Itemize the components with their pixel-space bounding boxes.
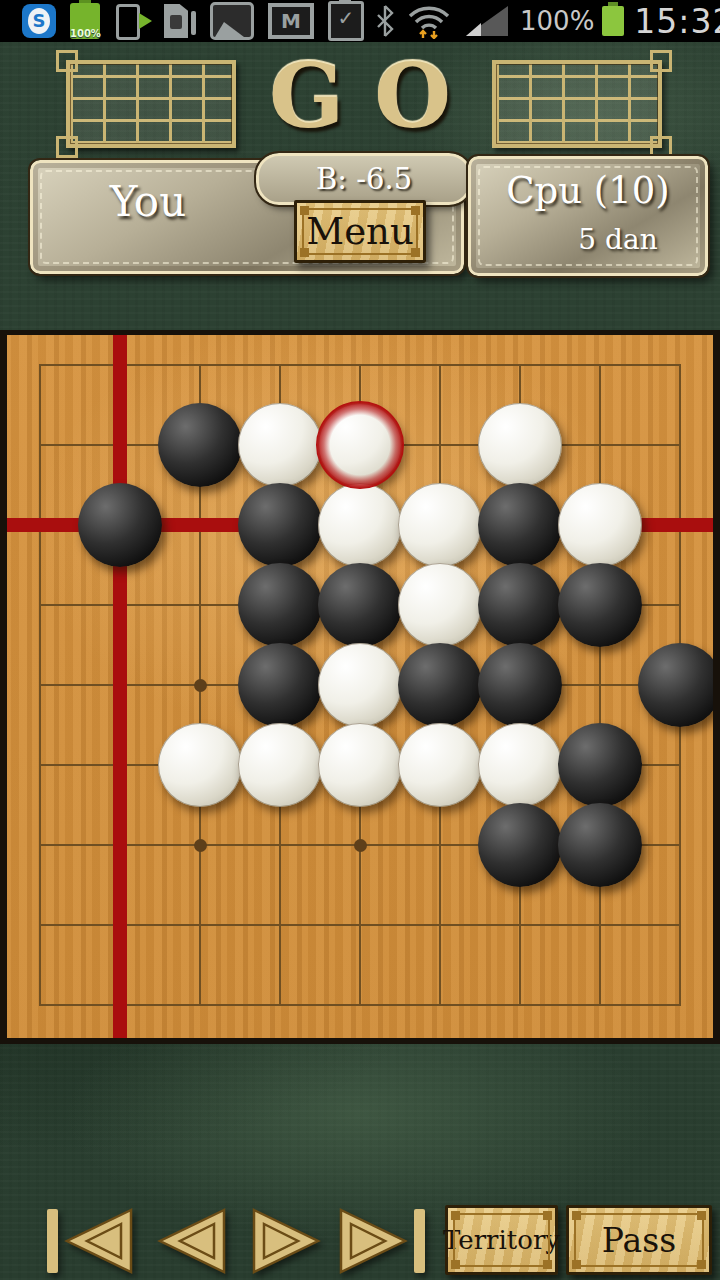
white-stone (318, 483, 402, 567)
star-point (354, 839, 367, 852)
battery-icon (602, 6, 624, 36)
battery-widget-label: 100% (70, 28, 100, 39)
skype-glyph: S (33, 12, 46, 30)
bluetooth-icon (376, 5, 394, 37)
black-stone (558, 723, 642, 807)
black-stone (78, 483, 162, 567)
black-stone (398, 643, 482, 727)
black-stone (478, 563, 562, 647)
white-stone (558, 483, 642, 567)
check-glyph: ✓ (331, 6, 361, 30)
black-stone (158, 403, 242, 487)
step-back-button[interactable] (143, 1207, 235, 1275)
black-stone (478, 803, 562, 887)
white-stone (238, 723, 322, 807)
grid-line-vertical (599, 364, 601, 1006)
grid-line-horizontal (39, 1004, 681, 1006)
go-board[interactable] (0, 330, 720, 1044)
bottom-bar: Territory Pass (0, 1195, 720, 1280)
screen: S 100% M ✓ (0, 0, 720, 1280)
app-header: GO (0, 42, 720, 150)
last-move-crosshair-vertical (113, 335, 127, 1038)
white-stone (318, 643, 402, 727)
black-stone (558, 563, 642, 647)
grid-line-horizontal (39, 924, 681, 926)
sim-card-icon (164, 3, 196, 39)
score-capsule: B: -6.5 (256, 153, 472, 205)
clock: 15:32 (634, 2, 720, 41)
highlight-ring (316, 401, 404, 489)
player-rank: 5 dan (501, 223, 720, 256)
black-stone (318, 563, 402, 647)
territory-button[interactable]: Territory (445, 1205, 558, 1275)
step-forward-button[interactable] (243, 1207, 335, 1275)
pass-button[interactable]: Pass (566, 1205, 712, 1275)
board-bezel-right (713, 330, 720, 1044)
white-stone (158, 723, 242, 807)
white-stone (238, 403, 322, 487)
star-point (194, 839, 207, 852)
black-stone (558, 803, 642, 887)
black-stone (478, 483, 562, 567)
first-move-button[interactable] (44, 1207, 136, 1275)
menu-button[interactable]: Menu (294, 200, 426, 263)
white-stone (398, 563, 482, 647)
gmail-glyph: M (281, 9, 301, 33)
black-stone (238, 643, 322, 727)
black-stone (638, 643, 720, 727)
phone-transfer-icon (114, 3, 150, 39)
menu-button-label: Menu (306, 210, 413, 253)
white-stone (478, 723, 562, 807)
territory-button-label: Territory (443, 1225, 560, 1255)
white-stone (318, 723, 402, 807)
black-stone (238, 563, 322, 647)
white-stone (478, 403, 562, 487)
white-stone (398, 483, 482, 567)
white-stone (398, 723, 482, 807)
lattice-ornament-right (492, 60, 662, 148)
gmail-icon: M (268, 3, 314, 39)
player-plaque-cpu: Cpu (10) 5 dan (468, 156, 708, 276)
board-bezel-left (0, 330, 7, 1044)
status-bar: S 100% M ✓ (0, 0, 720, 42)
board-bezel-bottom (0, 1038, 720, 1044)
score-text: B: -6.5 (316, 162, 412, 196)
black-stone (478, 643, 562, 727)
battery-widget-icon: 100% (70, 3, 100, 39)
player-name-you: You (33, 177, 263, 226)
gallery-icon (210, 2, 254, 40)
black-stone (238, 483, 322, 567)
skype-icon: S (22, 4, 56, 38)
clipboard-check-icon: ✓ (328, 1, 364, 41)
signal-strength-icon (464, 4, 510, 38)
star-point (194, 679, 207, 692)
board-bezel-top (0, 330, 720, 335)
player-name-cpu: Cpu (10) (471, 169, 705, 212)
last-move-button[interactable] (336, 1207, 428, 1275)
wifi-icon (406, 3, 452, 39)
battery-percent: 100% (520, 6, 594, 36)
pass-button-label: Pass (602, 1221, 676, 1260)
